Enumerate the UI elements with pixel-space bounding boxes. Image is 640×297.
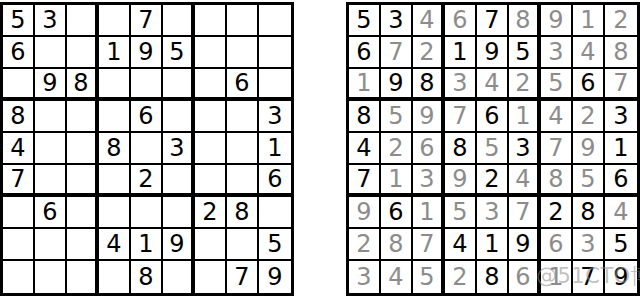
sudoku-page: 537619598686348317266284195879 534678912… — [0, 0, 640, 297]
cell-r4c8 — [227, 101, 259, 133]
cell-r7c4 — [99, 197, 131, 229]
cell-r2c4: 1 — [99, 37, 131, 69]
cell-r8c5: 1 — [477, 229, 509, 261]
cell-r5c4: 8 — [445, 133, 477, 165]
cell-r2c7: 3 — [541, 37, 573, 69]
cell-r9c5: 8 — [477, 261, 509, 293]
cell-r2c2 — [35, 37, 67, 69]
cell-r1c1: 5 — [349, 5, 381, 37]
cell-r9c5: 8 — [131, 261, 163, 293]
cell-r8c3: 7 — [413, 229, 445, 261]
cell-r3c4: 3 — [445, 69, 477, 101]
cell-r3c5 — [131, 69, 163, 101]
cell-r4c3: 9 — [413, 101, 445, 133]
cell-r7c2: 6 — [381, 197, 413, 229]
cell-r1c6: 8 — [509, 5, 541, 37]
sudoku-solution-board: 5346789126721953481983425678597614234268… — [346, 2, 640, 296]
cell-r1c8: 1 — [573, 5, 605, 37]
cell-r7c7: 2 — [195, 197, 227, 229]
cell-r4c4 — [99, 101, 131, 133]
cell-r3c1: 1 — [349, 69, 381, 101]
cell-r1c4 — [99, 5, 131, 37]
cell-r8c7 — [195, 229, 227, 261]
cell-r2c1: 6 — [349, 37, 381, 69]
cell-r2c7 — [195, 37, 227, 69]
cell-r7c1: 9 — [349, 197, 381, 229]
cell-r6c2: 1 — [381, 165, 413, 197]
cell-r7c5 — [131, 197, 163, 229]
cell-r9c4: 2 — [445, 261, 477, 293]
cell-r6c8: 5 — [573, 165, 605, 197]
cell-r1c6 — [163, 5, 195, 37]
cell-r8c3 — [67, 229, 99, 261]
cell-r4c4: 7 — [445, 101, 477, 133]
cell-r2c6: 5 — [163, 37, 195, 69]
cell-r9c8: 7 — [227, 261, 259, 293]
cell-r5c9: 1 — [259, 133, 291, 165]
cell-r8c6: 9 — [163, 229, 195, 261]
cell-r1c1: 5 — [3, 5, 35, 37]
cell-r5c2 — [35, 133, 67, 165]
cell-r8c8: 3 — [573, 229, 605, 261]
cell-r4c8: 2 — [573, 101, 605, 133]
cell-r5c3 — [67, 133, 99, 165]
cell-r4c3 — [67, 101, 99, 133]
cell-r9c3 — [67, 261, 99, 293]
cell-r4c2: 5 — [381, 101, 413, 133]
cell-r5c7: 7 — [541, 133, 573, 165]
cell-r5c8: 9 — [573, 133, 605, 165]
cell-r9c9: 9 — [259, 261, 291, 293]
cell-r1c7: 9 — [541, 5, 573, 37]
cell-r3c9: 7 — [605, 69, 637, 101]
cell-r1c5: 7 — [477, 5, 509, 37]
cell-r2c6: 5 — [509, 37, 541, 69]
cell-r4c6 — [163, 101, 195, 133]
cell-r6c7 — [195, 165, 227, 197]
cell-r5c4: 8 — [99, 133, 131, 165]
cell-r1c3: 4 — [413, 5, 445, 37]
cell-r5c6: 3 — [509, 133, 541, 165]
cell-r5c9: 1 — [605, 133, 637, 165]
cell-r9c7: 1 — [541, 261, 573, 293]
cell-r7c2: 6 — [35, 197, 67, 229]
cell-r2c3 — [67, 37, 99, 69]
cell-r3c4 — [99, 69, 131, 101]
cell-r3c2: 9 — [35, 69, 67, 101]
cell-r4c7: 4 — [541, 101, 573, 133]
cell-r5c3: 6 — [413, 133, 445, 165]
cell-r7c3 — [67, 197, 99, 229]
cell-r8c2 — [35, 229, 67, 261]
cell-r9c7 — [195, 261, 227, 293]
cell-r1c2: 3 — [381, 5, 413, 37]
cell-r3c1 — [3, 69, 35, 101]
cell-r6c9: 6 — [605, 165, 637, 197]
cell-r6c5: 2 — [131, 165, 163, 197]
cell-r8c6: 9 — [509, 229, 541, 261]
cell-r9c9: 9 — [605, 261, 637, 293]
cell-r9c3: 5 — [413, 261, 445, 293]
cell-r2c8: 4 — [573, 37, 605, 69]
cell-r1c2: 3 — [35, 5, 67, 37]
cell-r6c1: 7 — [3, 165, 35, 197]
cell-r8c8 — [227, 229, 259, 261]
cell-r5c2: 2 — [381, 133, 413, 165]
cell-r7c8: 8 — [573, 197, 605, 229]
cell-r2c8 — [227, 37, 259, 69]
cell-r8c9: 5 — [605, 229, 637, 261]
cell-r1c8 — [227, 5, 259, 37]
cell-r4c6: 1 — [509, 101, 541, 133]
cell-r9c2: 4 — [381, 261, 413, 293]
cell-r6c6 — [163, 165, 195, 197]
cell-r4c9: 3 — [605, 101, 637, 133]
cell-r1c7 — [195, 5, 227, 37]
cell-r4c1: 8 — [349, 101, 381, 133]
cell-r5c5: 5 — [477, 133, 509, 165]
sudoku-puzzle-board: 537619598686348317266284195879 — [0, 2, 294, 296]
cell-r6c4 — [99, 165, 131, 197]
cell-r7c4: 5 — [445, 197, 477, 229]
cell-r2c9 — [259, 37, 291, 69]
cell-r6c6: 4 — [509, 165, 541, 197]
cell-r3c3: 8 — [67, 69, 99, 101]
cell-r7c6 — [163, 197, 195, 229]
cell-r9c1 — [3, 261, 35, 293]
cell-r8c9: 5 — [259, 229, 291, 261]
cell-r6c1: 7 — [349, 165, 381, 197]
cell-r8c1: 2 — [349, 229, 381, 261]
cell-r3c8: 6 — [573, 69, 605, 101]
cell-r4c1: 8 — [3, 101, 35, 133]
cell-r3c7: 5 — [541, 69, 573, 101]
cell-r8c2: 8 — [381, 229, 413, 261]
cell-r6c5: 2 — [477, 165, 509, 197]
cell-r7c8: 8 — [227, 197, 259, 229]
cell-r9c6 — [163, 261, 195, 293]
cell-r5c5 — [131, 133, 163, 165]
cell-r1c9: 2 — [605, 5, 637, 37]
cell-r2c5: 9 — [131, 37, 163, 69]
cell-r5c1: 4 — [349, 133, 381, 165]
cell-r7c3: 1 — [413, 197, 445, 229]
cell-r8c4: 4 — [99, 229, 131, 261]
cell-r3c2: 9 — [381, 69, 413, 101]
cell-r4c7 — [195, 101, 227, 133]
cell-r3c6: 2 — [509, 69, 541, 101]
cell-r6c4: 9 — [445, 165, 477, 197]
cell-r9c6: 6 — [509, 261, 541, 293]
cell-r7c9 — [259, 197, 291, 229]
cell-r8c1 — [3, 229, 35, 261]
cell-r2c1: 6 — [3, 37, 35, 69]
cell-r1c3 — [67, 5, 99, 37]
cell-r9c2 — [35, 261, 67, 293]
cell-r2c9: 8 — [605, 37, 637, 69]
cell-r2c5: 9 — [477, 37, 509, 69]
cell-r4c9: 3 — [259, 101, 291, 133]
cell-r2c3: 2 — [413, 37, 445, 69]
cell-r4c5: 6 — [131, 101, 163, 133]
cell-r4c2 — [35, 101, 67, 133]
cell-r1c4: 6 — [445, 5, 477, 37]
cell-r6c7: 8 — [541, 165, 573, 197]
cell-r5c1: 4 — [3, 133, 35, 165]
cell-r6c3: 3 — [413, 165, 445, 197]
cell-r9c4 — [99, 261, 131, 293]
cell-r3c5: 4 — [477, 69, 509, 101]
cell-r1c5: 7 — [131, 5, 163, 37]
cell-r7c9: 4 — [605, 197, 637, 229]
cell-r9c1: 3 — [349, 261, 381, 293]
cell-r7c7: 2 — [541, 197, 573, 229]
cell-r7c1 — [3, 197, 35, 229]
cell-r5c7 — [195, 133, 227, 165]
cell-r6c8 — [227, 165, 259, 197]
cell-r2c4: 1 — [445, 37, 477, 69]
cell-r3c8: 6 — [227, 69, 259, 101]
cell-r1c9 — [259, 5, 291, 37]
cell-r3c7 — [195, 69, 227, 101]
cell-r5c8 — [227, 133, 259, 165]
cell-r8c5: 1 — [131, 229, 163, 261]
cell-r7c5: 3 — [477, 197, 509, 229]
cell-r6c9: 6 — [259, 165, 291, 197]
cell-r7c6: 7 — [509, 197, 541, 229]
cell-r4c5: 6 — [477, 101, 509, 133]
cell-r6c3 — [67, 165, 99, 197]
cell-r6c2 — [35, 165, 67, 197]
cell-r2c2: 7 — [381, 37, 413, 69]
cell-r8c7: 6 — [541, 229, 573, 261]
cell-r3c3: 8 — [413, 69, 445, 101]
cell-r8c4: 4 — [445, 229, 477, 261]
cell-r9c8: 7 — [573, 261, 605, 293]
cell-r3c6 — [163, 69, 195, 101]
cell-r5c6: 3 — [163, 133, 195, 165]
cell-r3c9 — [259, 69, 291, 101]
